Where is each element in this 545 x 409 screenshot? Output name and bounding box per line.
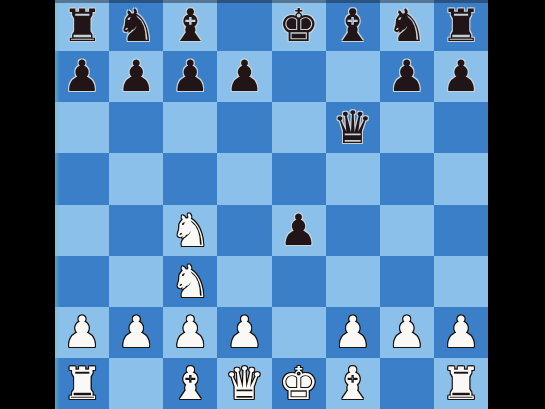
square-a3[interactable]	[55, 256, 109, 307]
square-a6[interactable]	[55, 102, 109, 153]
square-h2[interactable]: ♟	[434, 307, 488, 358]
square-a4[interactable]	[55, 205, 109, 256]
square-h4[interactable]	[434, 205, 488, 256]
white-king-icon: ♚	[278, 358, 318, 409]
chess-board: ♜♞♝♚♝♞♜♟♟♟♟♟♟♛♞♟♞♟♟♟♟♟♟♟♜♝♛♚♝♜	[55, 0, 488, 409]
black-pawn-icon: ♟	[225, 51, 264, 102]
square-b4[interactable]	[109, 205, 163, 256]
square-e1[interactable]: ♚	[272, 358, 326, 409]
square-g3[interactable]	[380, 256, 434, 307]
black-bishop-icon: ♝	[333, 0, 373, 51]
square-e4[interactable]: ♟	[272, 205, 326, 256]
white-rook-icon: ♜	[441, 358, 481, 409]
white-pawn-icon: ♟	[63, 307, 102, 358]
square-d8[interactable]	[217, 0, 271, 51]
black-knight-icon: ♞	[116, 0, 156, 51]
square-e8[interactable]: ♚	[272, 0, 326, 51]
square-h7[interactable]: ♟	[434, 51, 488, 102]
square-h1[interactable]: ♜	[434, 358, 488, 409]
black-queen-icon: ♛	[333, 102, 373, 153]
square-h3[interactable]	[434, 256, 488, 307]
square-f1[interactable]: ♝	[326, 358, 380, 409]
white-rook-icon: ♜	[62, 358, 102, 409]
square-a8[interactable]: ♜	[55, 0, 109, 51]
square-e3[interactable]	[272, 256, 326, 307]
square-c1[interactable]: ♝	[163, 358, 217, 409]
square-d4[interactable]	[217, 205, 271, 256]
white-pawn-icon: ♟	[333, 307, 372, 358]
square-d3[interactable]	[217, 256, 271, 307]
square-e2[interactable]	[272, 307, 326, 358]
square-d2[interactable]: ♟	[217, 307, 271, 358]
black-knight-icon: ♞	[387, 0, 427, 51]
square-b8[interactable]: ♞	[109, 0, 163, 51]
square-c3[interactable]: ♞	[163, 256, 217, 307]
black-pawn-icon: ♟	[279, 205, 318, 256]
square-c7[interactable]: ♟	[163, 51, 217, 102]
square-f5[interactable]	[326, 153, 380, 204]
square-h6[interactable]	[434, 102, 488, 153]
square-g5[interactable]	[380, 153, 434, 204]
square-h8[interactable]: ♜	[434, 0, 488, 51]
black-pawn-icon: ♟	[442, 51, 481, 102]
white-bishop-icon: ♝	[333, 358, 373, 409]
square-d7[interactable]: ♟	[217, 51, 271, 102]
square-g4[interactable]	[380, 205, 434, 256]
square-a1[interactable]: ♜	[55, 358, 109, 409]
white-queen-icon: ♛	[224, 358, 264, 409]
white-pawn-icon: ♟	[117, 307, 156, 358]
square-c8[interactable]: ♝	[163, 0, 217, 51]
square-g7[interactable]: ♟	[380, 51, 434, 102]
black-bishop-icon: ♝	[170, 0, 210, 51]
square-g2[interactable]: ♟	[380, 307, 434, 358]
black-rook-icon: ♜	[62, 0, 102, 51]
square-g6[interactable]	[380, 102, 434, 153]
square-a2[interactable]: ♟	[55, 307, 109, 358]
black-rook-icon: ♜	[441, 0, 481, 51]
square-d6[interactable]	[217, 102, 271, 153]
square-d5[interactable]	[217, 153, 271, 204]
square-g8[interactable]: ♞	[380, 0, 434, 51]
square-a7[interactable]: ♟	[55, 51, 109, 102]
white-knight-icon: ♞	[170, 205, 210, 256]
square-e6[interactable]	[272, 102, 326, 153]
square-c5[interactable]	[163, 153, 217, 204]
white-knight-icon: ♞	[170, 256, 210, 307]
square-c6[interactable]	[163, 102, 217, 153]
square-d1[interactable]: ♛	[217, 358, 271, 409]
black-pawn-icon: ♟	[63, 51, 102, 102]
white-pawn-icon: ♟	[388, 307, 427, 358]
square-e7[interactable]	[272, 51, 326, 102]
square-b2[interactable]: ♟	[109, 307, 163, 358]
square-b1[interactable]	[109, 358, 163, 409]
square-a5[interactable]	[55, 153, 109, 204]
white-pawn-icon: ♟	[171, 307, 210, 358]
square-b3[interactable]	[109, 256, 163, 307]
letterbox-right	[488, 0, 545, 409]
square-c2[interactable]: ♟	[163, 307, 217, 358]
square-c4[interactable]: ♞	[163, 205, 217, 256]
square-f8[interactable]: ♝	[326, 0, 380, 51]
black-king-icon: ♚	[278, 0, 318, 51]
square-f2[interactable]: ♟	[326, 307, 380, 358]
black-pawn-icon: ♟	[388, 51, 427, 102]
square-b6[interactable]	[109, 102, 163, 153]
square-f7[interactable]	[326, 51, 380, 102]
white-bishop-icon: ♝	[170, 358, 210, 409]
white-pawn-icon: ♟	[225, 307, 264, 358]
white-pawn-icon: ♟	[442, 307, 481, 358]
square-h5[interactable]	[434, 153, 488, 204]
letterbox-left	[0, 0, 55, 409]
square-f6[interactable]: ♛	[326, 102, 380, 153]
black-pawn-icon: ♟	[117, 51, 156, 102]
square-f3[interactable]	[326, 256, 380, 307]
square-f4[interactable]	[326, 205, 380, 256]
square-b7[interactable]: ♟	[109, 51, 163, 102]
square-g1[interactable]	[380, 358, 434, 409]
square-b5[interactable]	[109, 153, 163, 204]
video-frame: ♜♞♝♚♝♞♜♟♟♟♟♟♟♛♞♟♞♟♟♟♟♟♟♟♜♝♛♚♝♜	[0, 0, 545, 409]
black-pawn-icon: ♟	[171, 51, 210, 102]
square-e5[interactable]	[272, 153, 326, 204]
